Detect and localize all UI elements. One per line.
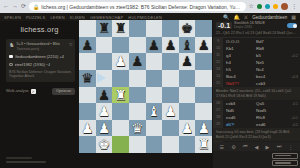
move[interactable]: h5 xyxy=(223,67,253,72)
nav-item-watch[interactable]: KIJKEN xyxy=(70,15,85,20)
move-row: 9O-O-OBd7 xyxy=(213,38,300,45)
square-f1[interactable] xyxy=(162,136,179,153)
square-h8[interactable] xyxy=(195,20,212,37)
study-star-icon[interactable]: ☆ xyxy=(69,41,73,47)
black-pawn: ♟ xyxy=(79,37,96,54)
cloud-eval-label: Wolk-analyse xyxy=(6,89,29,93)
square-d5[interactable] xyxy=(129,70,146,87)
square-e2[interactable] xyxy=(146,120,163,137)
white-pawn: ♟ xyxy=(96,120,113,137)
white-player-name: Geduurdambteen (2210) +4 xyxy=(15,54,64,59)
chess-board[interactable]: ♜♜♚♟♟♟♝♟♟♟♟♛♟♜♟♝♟♟♟♛♟♟♚♜ xyxy=(79,20,212,153)
move-list: 9O-O-OBd7 10Kb1Rb8 11g4b5+0.2 12h4Ne5 13… xyxy=(213,38,300,151)
move[interactable]: cxb3 xyxy=(253,81,283,86)
white-pawn: ♟ xyxy=(79,120,96,137)
black-pawn: ♟ xyxy=(146,37,163,54)
move[interactable]: Rb8 xyxy=(253,46,283,51)
black-rook: ♜ xyxy=(96,20,113,37)
menu-icon[interactable]: ☰ xyxy=(220,144,224,150)
square-g4[interactable] xyxy=(179,87,196,104)
square-c5[interactable] xyxy=(112,70,129,87)
black-bishop: ♝ xyxy=(179,37,196,54)
move[interactable]: Rfc8 xyxy=(253,115,283,120)
last-move-icon[interactable]: ⏭ xyxy=(277,143,282,150)
black-king: ♚ xyxy=(179,20,196,37)
square-e7[interactable]: ♟ xyxy=(146,37,163,54)
move-row: 18exd5Rfc8+0.1 xyxy=(213,114,300,121)
square-d4[interactable] xyxy=(129,87,146,104)
move[interactable]: Bxc4 xyxy=(223,74,253,79)
engine-eval: -0.1 xyxy=(216,22,232,29)
first-move-icon[interactable]: ⏮ xyxy=(243,143,248,150)
move-row: 11g4b5+0.2 xyxy=(213,52,300,59)
move-row: 17Nd5Nxd5 xyxy=(213,107,300,114)
url-text: lichess.org | Geduurdambteen vs zteef198… xyxy=(41,4,241,10)
square-g5[interactable] xyxy=(179,70,196,87)
black-pawn: ♟ xyxy=(195,37,212,54)
square-g7[interactable]: ♝ xyxy=(179,37,196,54)
move-row: 13h5Nc4 xyxy=(213,66,300,73)
square-c3[interactable] xyxy=(112,103,129,120)
extension-icon-teal[interactable] xyxy=(265,4,270,9)
white-pawn: ♟ xyxy=(96,103,113,120)
context-popup xyxy=(272,153,298,167)
move-row: 12h4Ne5 xyxy=(213,59,300,66)
back-icon[interactable]: ← xyxy=(3,0,9,13)
context-popup-button-2[interactable] xyxy=(272,160,298,166)
black-pawn: ♟ xyxy=(179,53,196,70)
board-wrap: ♜♜♚♟♟♟♝♟♟♟♟♛♟♜♟♝♟♟♟♛♟♟♚♜ xyxy=(79,20,212,153)
white-queen: ♛ xyxy=(129,120,146,137)
white-king: ♚ xyxy=(96,136,113,153)
square-a8[interactable] xyxy=(79,20,96,37)
white-rook: ♜ xyxy=(195,136,212,153)
square-h6[interactable] xyxy=(195,53,212,70)
next-move-icon[interactable]: ▶ xyxy=(266,144,270,150)
square-b1[interactable]: ♚ xyxy=(96,136,113,153)
square-c6[interactable]: ♟ xyxy=(112,53,129,70)
square-h1[interactable]: ♜ xyxy=(195,136,212,153)
nav-item-play[interactable]: SPELEN xyxy=(4,15,21,20)
square-a7[interactable]: ♟ xyxy=(79,37,96,54)
square-d2[interactable]: ♛ xyxy=(129,120,146,137)
square-g6[interactable]: ♟ xyxy=(179,53,196,70)
square-f4[interactable] xyxy=(162,87,179,104)
nav-item-tools[interactable]: HULPMIDDELEN xyxy=(128,15,162,20)
analysis-toolbar: ☰ ⚙ ⏮ ◀ ▶ ⏭ ⋮ xyxy=(213,142,300,151)
move[interactable]: Bd7 xyxy=(253,39,283,44)
nav-item-learn[interactable]: LEREN xyxy=(50,15,64,20)
move-row: 19d6?!exd6-0.2 xyxy=(213,121,300,128)
square-g8[interactable]: ♚ xyxy=(179,20,196,37)
square-g1[interactable] xyxy=(179,136,196,153)
square-f7[interactable]: ♟ xyxy=(162,37,179,54)
square-e8[interactable] xyxy=(146,20,163,37)
square-d3[interactable] xyxy=(129,103,146,120)
move-row: 10Kb1Rb8 xyxy=(213,45,300,52)
square-f3[interactable]: ♟ xyxy=(162,103,179,120)
browser-toolbar: ← → ⟳ 🔒 lichess.org | Geduurdambteen vs … xyxy=(0,0,300,13)
black-player-row[interactable]: zteef1982 (1930) −4 xyxy=(9,62,72,67)
square-d7[interactable] xyxy=(129,37,146,54)
reload-icon[interactable]: ⟳ xyxy=(21,0,26,13)
move[interactable]: exd5 xyxy=(223,115,253,120)
bookmark-star-icon[interactable]: ☆ xyxy=(249,0,254,13)
black-player-name: zteef1982 (1930) −4 xyxy=(15,62,51,67)
more-icon[interactable]: ⋮ xyxy=(288,144,293,150)
square-d8[interactable] xyxy=(129,20,146,37)
extension-icon-yellow[interactable] xyxy=(273,4,278,9)
white-pawn: ♟ xyxy=(179,120,196,137)
square-b8[interactable]: ♜ xyxy=(96,20,113,37)
square-g3[interactable] xyxy=(179,103,196,120)
black-queen: ♛ xyxy=(79,70,96,87)
white-rook: ♜ xyxy=(112,87,129,104)
square-h5[interactable] xyxy=(195,70,212,87)
square-c1[interactable] xyxy=(112,136,129,153)
move[interactable]: Nd5 xyxy=(223,108,253,113)
prev-move-icon[interactable]: ◀ xyxy=(255,144,259,150)
white-player-row[interactable]: Geduurdambteen (2210) +4 xyxy=(9,54,72,59)
square-c7[interactable] xyxy=(112,37,129,54)
square-a6[interactable] xyxy=(79,53,96,70)
white-pawn: ♟ xyxy=(112,53,129,70)
lichess-analysis-page: ← → ⟳ 🔒 lichess.org | Geduurdambteen vs … xyxy=(0,0,300,168)
square-e3[interactable]: ♝ xyxy=(146,103,163,120)
square-f2[interactable] xyxy=(162,120,179,137)
square-b4[interactable]: ♟ xyxy=(96,87,113,104)
move[interactable]: Kb1 xyxy=(223,46,253,51)
analysis-panel: -0.1 Stockfish 16 NNUE Diepte 23/45 21..… xyxy=(213,20,300,168)
move[interactable]: bxc4 xyxy=(253,74,283,79)
game-meta-line1: 5+3 • Gewaardeerd • Blitz xyxy=(16,42,72,46)
engine-toggle[interactable] xyxy=(287,23,297,28)
black-rook: ♜ xyxy=(112,20,129,37)
gear-icon[interactable]: ⚙ xyxy=(231,144,235,150)
square-h7[interactable]: ♟ xyxy=(195,37,212,54)
analysis-comment: Inaccuracy. h5 was best. (19.hxg6 hxg6 2… xyxy=(213,128,300,141)
white-bishop: ♝ xyxy=(146,103,163,120)
square-d6[interactable]: ♟ xyxy=(129,53,146,70)
square-h2[interactable]: ♟ xyxy=(195,120,212,137)
square-a4[interactable] xyxy=(79,87,96,104)
browser-menu-icon[interactable]: ⋮ xyxy=(291,0,297,13)
square-a3[interactable] xyxy=(79,103,96,120)
extension-icon-green[interactable] xyxy=(257,4,262,9)
move[interactable]: h4 xyxy=(223,60,253,65)
square-e1[interactable] xyxy=(146,136,163,153)
header-username[interactable]: Geduurdambteen xyxy=(252,15,287,20)
move[interactable]: O-O-O xyxy=(223,39,253,44)
square-c8[interactable]: ♜ xyxy=(112,20,129,37)
status-text-placeholder xyxy=(6,161,46,163)
square-c4[interactable]: ♜ xyxy=(112,87,129,104)
cloud-eval-row: Wolk-analyse ✓ Opnieuw xyxy=(6,88,75,95)
move-blunder[interactable]: Nb3?? xyxy=(223,81,253,86)
black-pawn: ♟ xyxy=(129,53,146,70)
black-color-icon xyxy=(9,63,13,67)
move-row: 14Bxc4bxc4+0.3 xyxy=(213,73,300,80)
analysis-comment: Blunder. Nde2 was best. (15...cxb3 16.cx… xyxy=(213,87,300,100)
engine-arrow-icon xyxy=(97,73,106,83)
move[interactable]: cxb3 xyxy=(223,101,253,106)
move[interactable]: Ne5 xyxy=(253,60,283,65)
browser-profile-avatar[interactable] xyxy=(281,3,288,10)
padlock-icon: 🔒 xyxy=(33,4,39,10)
move-inaccuracy[interactable]: d6?! xyxy=(223,122,253,127)
move[interactable]: b5 xyxy=(253,53,283,58)
move[interactable]: Nxd5 xyxy=(253,108,283,113)
square-h4[interactable] xyxy=(195,87,212,104)
white-color-icon xyxy=(9,55,13,59)
square-h3[interactable] xyxy=(195,103,212,120)
square-f5[interactable] xyxy=(162,70,179,87)
square-e6[interactable] xyxy=(146,53,163,70)
engine-depth: Diepte 23/45 xyxy=(234,26,285,30)
move-row: 16cxb3Qa5-0.1 xyxy=(213,100,300,107)
context-popup-button-1[interactable] xyxy=(272,153,298,159)
move[interactable]: exd6 xyxy=(253,122,283,127)
forward-icon[interactable]: → xyxy=(12,0,18,13)
square-b7[interactable] xyxy=(96,37,113,54)
status-text-placeholder xyxy=(6,157,32,159)
url-bar[interactable]: 🔒 lichess.org | Geduurdambteen vs zteef1… xyxy=(29,2,246,11)
cloud-retry-button[interactable]: Opnieuw xyxy=(52,88,75,95)
black-pawn: ♟ xyxy=(96,87,113,104)
move-row: 15Nb3??cxb3 xyxy=(213,80,300,87)
move[interactable]: g4 xyxy=(223,53,253,58)
lichess-logo[interactable]: lichess.org xyxy=(0,25,79,34)
nav-item-community[interactable]: GEMEENSCHAP xyxy=(90,15,123,20)
square-b3[interactable]: ♟ xyxy=(96,103,113,120)
square-c2[interactable] xyxy=(112,120,129,137)
cloud-eval-checkbox[interactable]: ✓ xyxy=(31,89,36,94)
square-f6[interactable] xyxy=(162,53,179,70)
game-meta-line2: Toernooi-partij xyxy=(16,47,72,51)
engine-bar: -0.1 Stockfish 16 NNUE Diepte 23/45 xyxy=(213,20,300,31)
square-e5[interactable] xyxy=(146,70,163,87)
opening-name: B76 Sicilian Defense: Dragon Variation, … xyxy=(9,70,72,79)
square-a1[interactable] xyxy=(79,136,96,153)
square-e4[interactable] xyxy=(146,87,163,104)
square-a5[interactable]: ♛ xyxy=(79,70,96,87)
white-pawn: ♟ xyxy=(195,120,212,137)
square-f8[interactable] xyxy=(162,20,179,37)
square-d1[interactable] xyxy=(129,136,146,153)
left-sidebar: lichess.org ☆ ♞ 5+3 • Gewaardeerd • Blit… xyxy=(0,21,79,168)
game-meta-box: ☆ ♞ 5+3 • Gewaardeerd • Blitz Toernooi-p… xyxy=(6,39,75,82)
square-a2[interactable]: ♟ xyxy=(79,120,96,137)
square-g2[interactable]: ♟ xyxy=(179,120,196,137)
black-pawn: ♟ xyxy=(162,37,179,54)
white-pawn: ♟ xyxy=(162,103,179,120)
nav-item-puzzles[interactable]: PUZZELS xyxy=(26,15,45,20)
move[interactable]: Nc4 xyxy=(253,67,283,72)
square-b6[interactable] xyxy=(96,53,113,70)
move[interactable]: Qa5 xyxy=(253,101,283,106)
square-b2[interactable]: ♟ xyxy=(96,120,113,137)
blitz-trophy-icon: ♞ xyxy=(9,42,14,51)
